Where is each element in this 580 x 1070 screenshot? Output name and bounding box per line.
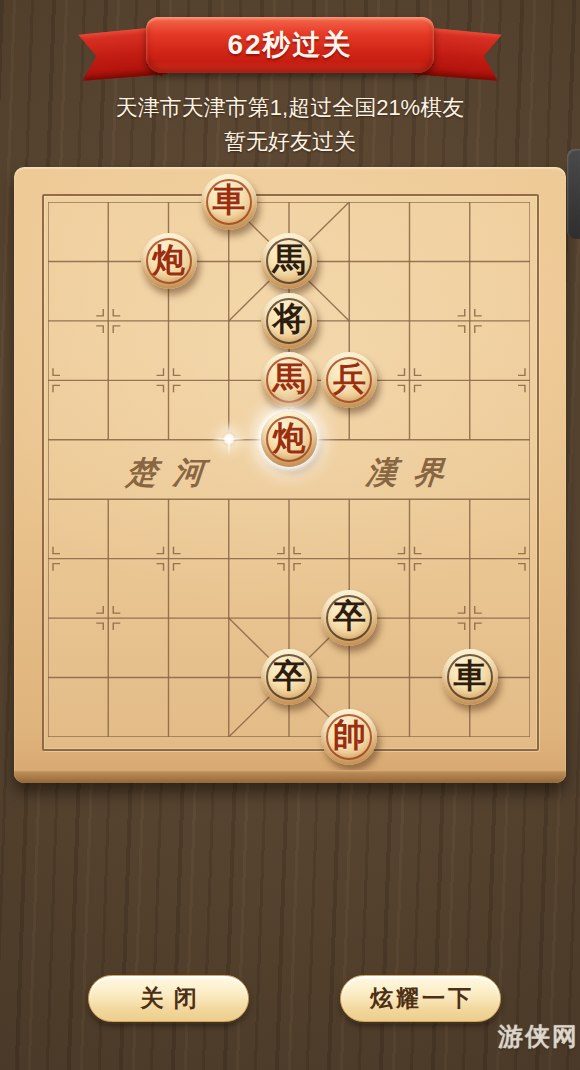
screen: 62秒过关 天津市天津市第1,超过全国21%棋友 暂无好友过关 楚河 漢界 車炮… [0, 0, 580, 1070]
banner-title: 62秒过关 [227, 26, 352, 64]
piece-glyph: 車 [212, 184, 245, 217]
piece-glyph: 卒 [333, 600, 366, 633]
piece-red-馬[interactable]: 馬 [261, 352, 317, 408]
rank-summary-text: 天津市天津市第1,超过全国21%棋友 [0, 93, 580, 123]
piece-black-馬[interactable]: 馬 [261, 233, 317, 289]
piece-glyph: 炮 [273, 422, 306, 455]
piece-glyph: 炮 [152, 244, 185, 277]
piece-red-兵[interactable]: 兵 [321, 352, 377, 408]
piece-black-将[interactable]: 将 [261, 293, 317, 349]
watermark: 游侠网 [498, 1020, 579, 1053]
piece-red-車[interactable]: 車 [201, 174, 257, 230]
piece-red-炮[interactable]: 炮 [141, 233, 197, 289]
piece-black-車[interactable]: 車 [442, 649, 498, 705]
close-button[interactable]: 关闭 [88, 975, 249, 1022]
piece-glyph: 馬 [273, 244, 306, 277]
piece-red-炮[interactable]: 炮 [261, 411, 317, 467]
piece-glyph: 兵 [333, 363, 366, 396]
side-drawer-handle[interactable] [567, 149, 580, 239]
piece-glyph: 将 [273, 303, 306, 336]
piece-glyph: 馬 [273, 363, 306, 396]
piece-black-卒[interactable]: 卒 [261, 649, 317, 705]
ribbon-band: 62秒过关 [146, 17, 434, 73]
piece-glyph: 卒 [273, 660, 306, 693]
pieces-layer: 車炮馬将馬兵炮卒卒車帥 [18, 172, 560, 766]
move-sparkle-icon [222, 432, 236, 446]
result-banner: 62秒过关 [0, 0, 580, 95]
brag-button[interactable]: 炫耀一下 [340, 975, 501, 1022]
piece-glyph: 車 [453, 660, 486, 693]
xiangqi-board[interactable]: 楚河 漢界 車炮馬将馬兵炮卒卒車帥 [14, 167, 566, 783]
friends-status-text: 暂无好友过关 [0, 127, 580, 157]
piece-red-帥[interactable]: 帥 [321, 709, 377, 765]
piece-glyph: 帥 [333, 719, 366, 752]
piece-black-卒[interactable]: 卒 [321, 590, 377, 646]
